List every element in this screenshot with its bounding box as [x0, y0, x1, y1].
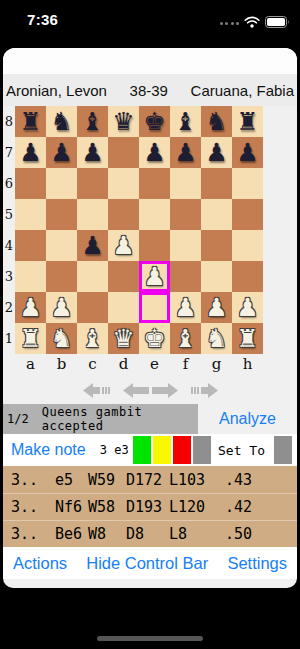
- square-f8[interactable]: ♝: [170, 106, 201, 137]
- square-e8[interactable]: ♚: [139, 106, 170, 137]
- square-e6[interactable]: [139, 168, 170, 199]
- square-f2[interactable]: ♟: [170, 292, 201, 323]
- square-g4[interactable]: [201, 230, 232, 261]
- piece-black-pawn: ♟: [81, 140, 103, 165]
- square-a5[interactable]: [15, 199, 46, 230]
- book-score: .42: [225, 498, 297, 516]
- book-move-row-e5[interactable]: 3..e5W59D172L103.43: [3, 466, 297, 493]
- piece-black-rook: ♜: [19, 109, 41, 134]
- square-g3[interactable]: [201, 261, 232, 292]
- square-a2[interactable]: ♟: [15, 292, 46, 323]
- piece-white-pawn: ♟: [205, 295, 227, 320]
- red-marker-button[interactable]: [173, 436, 191, 464]
- square-g1[interactable]: ♞: [201, 323, 232, 354]
- analyze-button[interactable]: Analyze: [198, 404, 297, 434]
- square-g6[interactable]: [201, 168, 232, 199]
- book-d: D172: [126, 471, 169, 489]
- square-h2[interactable]: ♟: [232, 292, 263, 323]
- square-g5[interactable]: [201, 199, 232, 230]
- clock: 7:36: [27, 11, 58, 28]
- wifi-icon: [244, 14, 260, 32]
- rank-labels: 87654321: [3, 106, 15, 354]
- rank-label-8: 8: [3, 106, 15, 137]
- square-e1[interactable]: ♚: [139, 323, 170, 354]
- back-button[interactable]: [123, 382, 149, 399]
- settings-button[interactable]: Settings: [227, 554, 287, 573]
- chess-board-block: 87654321 ♜♞♝♛♚♝♞♜♟♟♟♟♟♟♟♟♟♟♟♟♟♟♟♜♞♝♛♚♝♞♜…: [3, 106, 297, 354]
- book-num: 3..: [11, 525, 55, 543]
- current-move-label: 3 e3: [100, 443, 129, 457]
- square-f7[interactable]: ♟: [170, 137, 201, 168]
- file-label-a: a: [15, 354, 46, 373]
- square-f6[interactable]: [170, 168, 201, 199]
- square-e5[interactable]: [139, 199, 170, 230]
- move-navigation-row: [3, 376, 297, 404]
- hide-control-bar-button[interactable]: Hide Control Bar: [86, 554, 208, 573]
- book-l: L8: [169, 525, 225, 543]
- square-b4[interactable]: [46, 230, 77, 261]
- piece-black-rook: ♜: [236, 109, 258, 134]
- book-move: Be6: [55, 525, 88, 543]
- file-label-g: g: [201, 354, 232, 373]
- square-e4[interactable]: [139, 230, 170, 261]
- piece-black-king: ♚: [143, 109, 165, 134]
- square-a3[interactable]: [15, 261, 46, 292]
- square-h7[interactable]: ♟: [232, 137, 263, 168]
- piece-white-pawn: ♟: [236, 295, 258, 320]
- opening-name-bar: 1/2 Queens gambit accepted: [3, 404, 198, 434]
- square-f1[interactable]: ♝: [170, 323, 201, 354]
- black-player-name: Caruana, Fabia: [191, 82, 294, 99]
- square-c2[interactable]: [77, 292, 108, 323]
- book-d: D8: [126, 525, 169, 543]
- square-g8[interactable]: ♞: [201, 106, 232, 137]
- square-a4[interactable]: [15, 230, 46, 261]
- piece-white-queen: ♛: [112, 326, 134, 351]
- piece-black-bishop: ♝: [81, 109, 103, 134]
- square-d4[interactable]: ♟: [108, 230, 139, 261]
- piece-black-pawn: ♟: [81, 233, 103, 258]
- file-label-e: e: [139, 354, 170, 373]
- piece-black-queen: ♛: [112, 109, 134, 134]
- square-b8[interactable]: ♞: [46, 106, 77, 137]
- forward-button[interactable]: [152, 382, 178, 399]
- rank-label-4: 4: [3, 230, 15, 261]
- square-e3[interactable]: ♟: [139, 261, 170, 292]
- square-b5[interactable]: [46, 199, 77, 230]
- bottom-control-bar: Actions Hide Control Bar Settings: [3, 547, 297, 579]
- square-a8[interactable]: ♜: [15, 106, 46, 137]
- battery-icon: [265, 14, 290, 32]
- square-d6[interactable]: [108, 168, 139, 199]
- square-b6[interactable]: [46, 168, 77, 199]
- gray-marker-button[interactable]: [193, 436, 211, 464]
- square-d8[interactable]: ♛: [108, 106, 139, 137]
- piece-black-pawn: ♟: [236, 140, 258, 165]
- rank-label-7: 7: [3, 137, 15, 168]
- square-h8[interactable]: ♜: [232, 106, 263, 137]
- square-h6[interactable]: [232, 168, 263, 199]
- make-note-button[interactable]: Make note: [11, 441, 86, 459]
- piece-black-pawn: ♟: [205, 140, 227, 165]
- book-move: Nf6: [55, 498, 88, 516]
- square-f5[interactable]: [170, 199, 201, 230]
- square-g7[interactable]: ♟: [201, 137, 232, 168]
- status-bar: 7:36: [0, 0, 300, 48]
- status-icons: [220, 14, 291, 32]
- file-label-c: c: [77, 354, 108, 373]
- fast-back-button[interactable]: [83, 382, 110, 399]
- player-names-row: Aronian, Levon 38-39 Caruana, Fabia: [3, 74, 297, 106]
- book-move: e5: [55, 471, 88, 489]
- piece-white-rook: ♜: [19, 326, 41, 351]
- white-player-name: Aronian, Levon: [6, 82, 107, 99]
- square-d3[interactable]: [108, 261, 139, 292]
- file-labels: abcdefgh: [15, 354, 263, 373]
- book-num: 3..: [11, 498, 55, 516]
- rank-label-5: 5: [3, 199, 15, 230]
- square-b2[interactable]: ♟: [46, 292, 77, 323]
- piece-white-pawn: ♟: [112, 233, 134, 258]
- square-b1[interactable]: ♞: [46, 323, 77, 354]
- square-c7[interactable]: ♟: [77, 137, 108, 168]
- chess-board[interactable]: ♜♞♝♛♚♝♞♜♟♟♟♟♟♟♟♟♟♟♟♟♟♟♟♜♞♝♛♚♝♞♜: [15, 106, 263, 354]
- piece-white-pawn: ♟: [50, 295, 72, 320]
- fast-forward-button[interactable]: [191, 382, 218, 399]
- piece-white-pawn: ♟: [19, 295, 41, 320]
- cellular-signal-icon: [220, 22, 240, 25]
- square-h3[interactable]: [232, 261, 263, 292]
- phone-screen: 7:36 Aroni: [0, 0, 300, 649]
- piece-black-pawn: ♟: [143, 140, 165, 165]
- book-l: L120: [169, 498, 225, 516]
- square-a1[interactable]: ♜: [15, 323, 46, 354]
- book-w: W59: [88, 471, 126, 489]
- file-label-f: f: [170, 354, 201, 373]
- square-h5[interactable]: [232, 199, 263, 230]
- square-c3[interactable]: [77, 261, 108, 292]
- piece-white-pawn: ♟: [143, 264, 165, 289]
- piece-white-knight: ♞: [50, 326, 72, 351]
- opening-row: 1/2 Queens gambit accepted Analyze: [3, 404, 297, 434]
- book-move-row-Nf6[interactable]: 3..Nf6W58D193L120.42: [3, 493, 297, 520]
- book-score: .50: [225, 525, 297, 543]
- piece-black-knight: ♞: [50, 109, 72, 134]
- rank-label-2: 2: [3, 292, 15, 323]
- square-d7[interactable]: [108, 137, 139, 168]
- square-b3[interactable]: [46, 261, 77, 292]
- book-d: D193: [126, 498, 169, 516]
- book-moves-list: 3..e5W59D172L103.433..Nf6W58D193L120.423…: [3, 466, 297, 547]
- note-row: Make note 3 e3 Set To: [3, 434, 297, 466]
- piece-black-pawn: ♟: [19, 140, 41, 165]
- book-move-row-Be6[interactable]: 3..Be6W8D8L8.50: [3, 520, 297, 547]
- square-d2[interactable]: [108, 292, 139, 323]
- rank-label-1: 1: [3, 323, 15, 354]
- square-f4[interactable]: [170, 230, 201, 261]
- set-to-color-button[interactable]: [274, 436, 292, 464]
- square-d1[interactable]: ♛: [108, 323, 139, 354]
- game-result: 1/2: [7, 412, 29, 426]
- game-score: 38-39: [130, 82, 168, 99]
- rank-label-6: 6: [3, 168, 15, 199]
- square-a6[interactable]: [15, 168, 46, 199]
- file-label-b: b: [46, 354, 77, 373]
- set-to-label: Set To: [218, 443, 265, 458]
- book-w: W8: [88, 525, 126, 543]
- square-h4[interactable]: [232, 230, 263, 261]
- book-num: 3..: [11, 471, 55, 489]
- home-indicator[interactable]: [97, 636, 203, 641]
- piece-black-knight: ♞: [205, 109, 227, 134]
- square-c8[interactable]: ♝: [77, 106, 108, 137]
- square-g2[interactable]: ♟: [201, 292, 232, 323]
- green-marker-button[interactable]: [133, 436, 151, 464]
- square-b7[interactable]: ♟: [46, 137, 77, 168]
- actions-button[interactable]: Actions: [13, 554, 67, 573]
- top-strip: [3, 48, 297, 74]
- square-c4[interactable]: ♟: [77, 230, 108, 261]
- yellow-marker-button[interactable]: [153, 436, 171, 464]
- piece-black-bishop: ♝: [174, 109, 196, 134]
- app-window: Aronian, Levon 38-39 Caruana, Fabia 8765…: [3, 48, 297, 588]
- square-a7[interactable]: ♟: [15, 137, 46, 168]
- square-d5[interactable]: [108, 199, 139, 230]
- square-e7[interactable]: ♟: [139, 137, 170, 168]
- square-c6[interactable]: [77, 168, 108, 199]
- piece-white-king: ♚: [143, 326, 165, 351]
- piece-white-knight: ♞: [205, 326, 227, 351]
- piece-white-pawn: ♟: [174, 295, 196, 320]
- square-e2[interactable]: [139, 292, 170, 323]
- book-score: .43: [225, 471, 297, 489]
- piece-white-bishop: ♝: [81, 326, 103, 351]
- square-h1[interactable]: ♜: [232, 323, 263, 354]
- opening-name: Queens gambit accepted: [42, 405, 198, 433]
- file-label-d: d: [108, 354, 139, 373]
- book-l: L103: [169, 471, 225, 489]
- piece-white-bishop: ♝: [174, 326, 196, 351]
- file-label-h: h: [232, 354, 263, 373]
- piece-black-pawn: ♟: [174, 140, 196, 165]
- piece-white-rook: ♜: [236, 326, 258, 351]
- piece-black-pawn: ♟: [50, 140, 72, 165]
- square-c5[interactable]: [77, 199, 108, 230]
- book-w: W58: [88, 498, 126, 516]
- square-c1[interactable]: ♝: [77, 323, 108, 354]
- rank-label-3: 3: [3, 261, 15, 292]
- square-f3[interactable]: [170, 261, 201, 292]
